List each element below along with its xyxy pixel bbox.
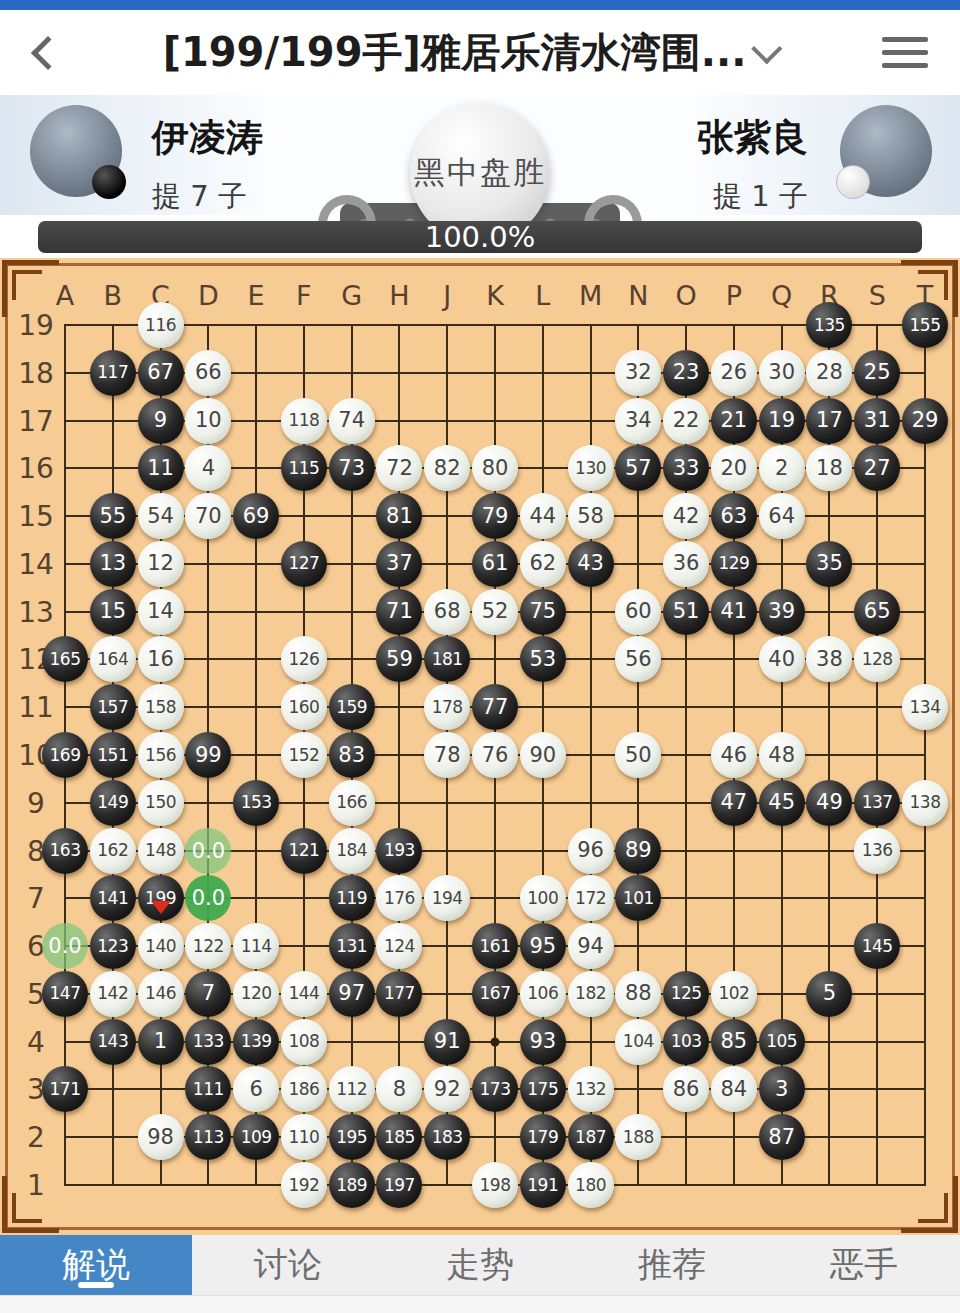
stone-H15[interactable]: 81 xyxy=(376,493,422,539)
stone-K15[interactable]: 79 xyxy=(472,493,518,539)
stone-F8[interactable]: 121 xyxy=(281,828,327,874)
go-board[interactable]: ABCDEFGHJKLMNOPQRST191817161514131211109… xyxy=(0,258,960,1235)
stone-Q13[interactable]: 39 xyxy=(759,589,805,635)
stone-H8[interactable]: 193 xyxy=(376,828,422,874)
move-number: 48 xyxy=(768,745,795,766)
stone-D17[interactable]: 10 xyxy=(185,398,231,444)
stone-P10[interactable]: 46 xyxy=(711,732,757,778)
stone-Q9[interactable]: 45 xyxy=(759,780,805,826)
move-number: 34 xyxy=(625,410,652,431)
stone-C18[interactable]: 67 xyxy=(138,350,184,396)
winrate-zone: 100.0% xyxy=(0,215,960,258)
stone-G6[interactable]: 131 xyxy=(329,923,375,969)
stone-R17[interactable]: 17 xyxy=(806,398,852,444)
move-number: 6 xyxy=(249,1079,262,1100)
move-number: 72 xyxy=(386,458,413,479)
stone-S8[interactable]: 136 xyxy=(854,828,900,874)
stone-G2[interactable]: 195 xyxy=(329,1114,375,1160)
stone-S6[interactable]: 145 xyxy=(854,923,900,969)
tab-recommend[interactable]: 推荐 xyxy=(576,1235,768,1295)
stone-M1[interactable]: 180 xyxy=(568,1162,614,1208)
stone-L4[interactable]: 93 xyxy=(520,1019,566,1065)
stone-L6[interactable]: 95 xyxy=(520,923,566,969)
stone-G1[interactable]: 189 xyxy=(329,1162,375,1208)
stone-N13[interactable]: 60 xyxy=(615,589,661,635)
stone-Q3[interactable]: 3 xyxy=(759,1066,805,1112)
move-number: 106 xyxy=(527,985,558,1002)
stone-C12[interactable]: 16 xyxy=(138,636,184,682)
stone-O5[interactable]: 125 xyxy=(663,971,709,1017)
stone-P17[interactable]: 21 xyxy=(711,398,757,444)
status-bar xyxy=(0,0,960,10)
stone-H6[interactable]: 124 xyxy=(376,923,422,969)
stone-L13[interactable]: 75 xyxy=(520,589,566,635)
ai-score-marker-A6[interactable]: 0.0 xyxy=(42,923,88,969)
stone-R16[interactable]: 18 xyxy=(806,445,852,491)
stone-L1[interactable]: 191 xyxy=(520,1162,566,1208)
stone-H12[interactable]: 59 xyxy=(376,636,422,682)
stone-C13[interactable]: 14 xyxy=(138,589,184,635)
stone-O13[interactable]: 51 xyxy=(663,589,709,635)
move-number: 192 xyxy=(288,1177,319,1194)
stone-G11[interactable]: 159 xyxy=(329,684,375,730)
stone-E4[interactable]: 139 xyxy=(233,1019,279,1065)
stone-H14[interactable]: 37 xyxy=(376,541,422,587)
row-label: 15 xyxy=(18,500,54,533)
move-number: 76 xyxy=(482,745,509,766)
stone-H2[interactable]: 185 xyxy=(376,1114,422,1160)
stone-M2[interactable]: 187 xyxy=(568,1114,614,1160)
move-number: 22 xyxy=(673,410,700,431)
stone-T9[interactable]: 138 xyxy=(902,780,948,826)
move-number: 147 xyxy=(50,985,81,1002)
stone-K1[interactable]: 198 xyxy=(472,1162,518,1208)
move-number: 96 xyxy=(577,840,604,861)
stone-K13[interactable]: 52 xyxy=(472,589,518,635)
stone-D5[interactable]: 7 xyxy=(185,971,231,1017)
stone-G8[interactable]: 184 xyxy=(329,828,375,874)
stone-R9[interactable]: 49 xyxy=(806,780,852,826)
move-number: 95 xyxy=(529,936,556,957)
stone-M16[interactable]: 130 xyxy=(568,445,614,491)
stone-A8[interactable]: 163 xyxy=(42,828,88,874)
stone-C10[interactable]: 156 xyxy=(138,732,184,778)
stone-M3[interactable]: 132 xyxy=(568,1066,614,1112)
stone-O4[interactable]: 103 xyxy=(663,1019,709,1065)
stone-N18[interactable]: 32 xyxy=(615,350,661,396)
stone-R12[interactable]: 38 xyxy=(806,636,852,682)
stone-C8[interactable]: 148 xyxy=(138,828,184,874)
move-number: 162 xyxy=(97,842,128,859)
tab-bad-moves[interactable]: 恶手 xyxy=(768,1235,960,1295)
move-number: 197 xyxy=(384,1177,415,1194)
move-number: 91 xyxy=(434,1031,461,1052)
stone-B7[interactable]: 141 xyxy=(90,875,136,921)
stone-L5[interactable]: 106 xyxy=(520,971,566,1017)
move-number: 128 xyxy=(862,651,893,668)
move-number: 153 xyxy=(241,794,272,811)
stone-H5[interactable]: 177 xyxy=(376,971,422,1017)
stone-D18[interactable]: 66 xyxy=(185,350,231,396)
move-number: 26 xyxy=(721,362,748,383)
stone-C16[interactable]: 11 xyxy=(138,445,184,491)
stone-N12[interactable]: 56 xyxy=(615,636,661,682)
stone-R19[interactable]: 135 xyxy=(806,302,852,348)
stone-F4[interactable]: 108 xyxy=(281,1019,327,1065)
stone-F14[interactable]: 127 xyxy=(281,541,327,587)
stone-S9[interactable]: 137 xyxy=(854,780,900,826)
stone-O16[interactable]: 33 xyxy=(663,445,709,491)
stone-A3[interactable]: 171 xyxy=(42,1066,88,1112)
stone-B18[interactable]: 117 xyxy=(90,350,136,396)
stone-P14[interactable]: 129 xyxy=(711,541,757,587)
stone-O3[interactable]: 86 xyxy=(663,1066,709,1112)
stone-F1[interactable]: 192 xyxy=(281,1162,327,1208)
stone-M7[interactable]: 172 xyxy=(568,875,614,921)
move-number: 9 xyxy=(154,410,167,431)
stone-P13[interactable]: 41 xyxy=(711,589,757,635)
stone-B4[interactable]: 143 xyxy=(90,1019,136,1065)
move-number: 182 xyxy=(575,985,606,1002)
stone-D15[interactable]: 70 xyxy=(185,493,231,539)
stone-Q17[interactable]: 19 xyxy=(759,398,805,444)
stone-O17[interactable]: 22 xyxy=(663,398,709,444)
stone-L14[interactable]: 62 xyxy=(520,541,566,587)
stone-J11[interactable]: 178 xyxy=(424,684,470,730)
stone-F11[interactable]: 160 xyxy=(281,684,327,730)
stone-A5[interactable]: 147 xyxy=(42,971,88,1017)
move-number: 189 xyxy=(336,1177,367,1194)
move-number: 80 xyxy=(482,458,509,479)
stone-J7[interactable]: 194 xyxy=(424,875,470,921)
stone-B6[interactable]: 123 xyxy=(90,923,136,969)
stone-P18[interactable]: 26 xyxy=(711,350,757,396)
stone-H7[interactable]: 176 xyxy=(376,875,422,921)
stone-F12[interactable]: 126 xyxy=(281,636,327,682)
stone-O14[interactable]: 36 xyxy=(663,541,709,587)
move-number: 149 xyxy=(97,794,128,811)
stone-K14[interactable]: 61 xyxy=(472,541,518,587)
move-number: 177 xyxy=(384,985,415,1002)
move-number: 148 xyxy=(145,842,176,859)
stone-T19[interactable]: 155 xyxy=(902,302,948,348)
black-player-avatar[interactable] xyxy=(30,105,122,197)
stone-D4[interactable]: 133 xyxy=(185,1019,231,1065)
stone-S13[interactable]: 65 xyxy=(854,589,900,635)
row-label: 9 xyxy=(27,786,45,819)
stone-B15[interactable]: 55 xyxy=(90,493,136,539)
column-label: F xyxy=(296,280,312,311)
move-number: 118 xyxy=(288,412,319,429)
tab-commentary[interactable]: 解说 xyxy=(0,1235,192,1295)
move-number: 18 xyxy=(816,458,843,479)
stone-B10[interactable]: 151 xyxy=(90,732,136,778)
stone-P15[interactable]: 63 xyxy=(711,493,757,539)
move-number: 131 xyxy=(336,938,367,955)
stone-H3[interactable]: 8 xyxy=(376,1066,422,1112)
stone-P16[interactable]: 20 xyxy=(711,445,757,491)
stone-F5[interactable]: 144 xyxy=(281,971,327,1017)
tab-discussion[interactable]: 讨论 xyxy=(192,1235,384,1295)
stone-B12[interactable]: 164 xyxy=(90,636,136,682)
stone-C17[interactable]: 9 xyxy=(138,398,184,444)
stone-N16[interactable]: 57 xyxy=(615,445,661,491)
stone-M14[interactable]: 43 xyxy=(568,541,614,587)
stone-E15[interactable]: 69 xyxy=(233,493,279,539)
move-number: 10 xyxy=(195,410,222,431)
move-number: 101 xyxy=(623,890,654,907)
stone-R5[interactable]: 5 xyxy=(806,971,852,1017)
move-number: 124 xyxy=(384,938,415,955)
column-label: N xyxy=(628,280,648,311)
move-number: 191 xyxy=(527,1177,558,1194)
stone-F3[interactable]: 186 xyxy=(281,1066,327,1112)
stone-D16[interactable]: 4 xyxy=(185,445,231,491)
move-number: 50 xyxy=(625,745,652,766)
column-label: P xyxy=(726,280,742,311)
move-number: 58 xyxy=(577,506,604,527)
stone-F10[interactable]: 152 xyxy=(281,732,327,778)
stone-R18[interactable]: 28 xyxy=(806,350,852,396)
stone-E9[interactable]: 153 xyxy=(233,780,279,826)
stone-K16[interactable]: 80 xyxy=(472,445,518,491)
stone-D3[interactable]: 111 xyxy=(185,1066,231,1112)
move-number: 29 xyxy=(912,410,939,431)
stone-F16[interactable]: 115 xyxy=(281,445,327,491)
stone-N17[interactable]: 34 xyxy=(615,398,661,444)
page-title: [199/199手]雅居乐清水湾围... xyxy=(163,25,747,80)
stone-K3[interactable]: 173 xyxy=(472,1066,518,1112)
stone-O18[interactable]: 23 xyxy=(663,350,709,396)
stone-C6[interactable]: 140 xyxy=(138,923,184,969)
stone-K11[interactable]: 77 xyxy=(472,684,518,730)
move-number: 166 xyxy=(336,794,367,811)
stone-A10[interactable]: 169 xyxy=(42,732,88,778)
stone-L10[interactable]: 90 xyxy=(520,732,566,778)
move-number: 23 xyxy=(673,362,700,383)
stone-Q16[interactable]: 2 xyxy=(759,445,805,491)
move-number: 129 xyxy=(718,555,749,572)
ai-score-marker-D7[interactable]: 0.0 xyxy=(185,875,231,921)
move-number: 180 xyxy=(575,1177,606,1194)
chevron-left-icon xyxy=(31,36,65,70)
stone-N10[interactable]: 50 xyxy=(615,732,661,778)
stone-Q18[interactable]: 30 xyxy=(759,350,805,396)
stone-S16[interactable]: 27 xyxy=(854,445,900,491)
stone-T11[interactable]: 134 xyxy=(902,684,948,730)
stone-P3[interactable]: 84 xyxy=(711,1066,757,1112)
move-number: 98 xyxy=(147,1127,174,1148)
stone-M5[interactable]: 182 xyxy=(568,971,614,1017)
stone-B9[interactable]: 149 xyxy=(90,780,136,826)
white-player-avatar[interactable] xyxy=(840,105,932,197)
stone-D10[interactable]: 99 xyxy=(185,732,231,778)
row-label: 1 xyxy=(27,1169,45,1202)
frame-corner-ornament xyxy=(906,1181,958,1233)
move-number: 68 xyxy=(434,601,461,622)
move-number: 172 xyxy=(575,890,606,907)
stone-H13[interactable]: 71 xyxy=(376,589,422,635)
stone-C11[interactable]: 158 xyxy=(138,684,184,730)
stone-G16[interactable]: 73 xyxy=(329,445,375,491)
stone-D6[interactable]: 122 xyxy=(185,923,231,969)
stone-R14[interactable]: 35 xyxy=(806,541,852,587)
move-number: 89 xyxy=(625,840,652,861)
stone-S12[interactable]: 128 xyxy=(854,636,900,682)
stone-L2[interactable]: 179 xyxy=(520,1114,566,1160)
move-number: 116 xyxy=(145,317,176,334)
move-number: 187 xyxy=(575,1129,606,1146)
stone-N4[interactable]: 104 xyxy=(615,1019,661,1065)
stone-N8[interactable]: 89 xyxy=(615,828,661,874)
stone-F17[interactable]: 118 xyxy=(281,398,327,444)
stone-N7[interactable]: 101 xyxy=(615,875,661,921)
stone-P5[interactable]: 102 xyxy=(711,971,757,1017)
stone-C2[interactable]: 98 xyxy=(138,1114,184,1160)
stone-N5[interactable]: 88 xyxy=(615,971,661,1017)
stone-P4[interactable]: 85 xyxy=(711,1019,757,1065)
move-number: 32 xyxy=(625,362,652,383)
chevron-down-icon[interactable] xyxy=(752,33,783,64)
stone-K10[interactable]: 76 xyxy=(472,732,518,778)
app-screen: [199/199手]雅居乐清水湾围... 伊凌涛 提 7 子 黑中盘胜 张紫良 … xyxy=(0,0,960,1313)
bottom-strip xyxy=(0,1295,960,1313)
move-number: 47 xyxy=(721,792,748,813)
stone-J13[interactable]: 68 xyxy=(424,589,470,635)
menu-button[interactable] xyxy=(850,29,960,76)
move-number: 21 xyxy=(721,410,748,431)
stone-A12[interactable]: 165 xyxy=(42,636,88,682)
move-number: 94 xyxy=(577,936,604,957)
stone-E2[interactable]: 109 xyxy=(233,1114,279,1160)
stone-C14[interactable]: 12 xyxy=(138,541,184,587)
stone-Q4[interactable]: 105 xyxy=(759,1019,805,1065)
stone-E5[interactable]: 120 xyxy=(233,971,279,1017)
move-number: 20 xyxy=(721,458,748,479)
back-button[interactable] xyxy=(0,41,95,65)
white-player-name: 张紫良 xyxy=(697,113,808,163)
stone-F2[interactable]: 110 xyxy=(281,1114,327,1160)
stone-C19[interactable]: 116 xyxy=(138,302,184,348)
hamburger-menu-icon xyxy=(882,29,928,76)
column-label: A xyxy=(56,280,74,311)
stone-N2[interactable]: 188 xyxy=(615,1114,661,1160)
stone-D2[interactable]: 113 xyxy=(185,1114,231,1160)
black-stone-badge-icon xyxy=(92,165,126,199)
move-number: 73 xyxy=(338,458,365,479)
move-number: 163 xyxy=(50,842,81,859)
stone-G10[interactable]: 83 xyxy=(329,732,375,778)
stone-C5[interactable]: 146 xyxy=(138,971,184,1017)
stone-G7[interactable]: 119 xyxy=(329,875,375,921)
move-number: 30 xyxy=(768,362,795,383)
stone-M8[interactable]: 96 xyxy=(568,828,614,874)
stone-C15[interactable]: 54 xyxy=(138,493,184,539)
stone-J16[interactable]: 82 xyxy=(424,445,470,491)
stone-T17[interactable]: 29 xyxy=(902,398,948,444)
stone-P9[interactable]: 47 xyxy=(711,780,757,826)
move-number: 164 xyxy=(97,651,128,668)
stone-Q10[interactable]: 48 xyxy=(759,732,805,778)
move-number: 145 xyxy=(862,938,893,955)
stone-E3[interactable]: 6 xyxy=(233,1066,279,1112)
move-number: 4 xyxy=(202,458,215,479)
stone-C7[interactable]: 199 xyxy=(138,875,184,921)
move-number: 52 xyxy=(482,601,509,622)
stone-B8[interactable]: 162 xyxy=(90,828,136,874)
column-label: G xyxy=(341,280,362,311)
stone-J4[interactable]: 91 xyxy=(424,1019,470,1065)
stone-K6[interactable]: 161 xyxy=(472,923,518,969)
move-number: 133 xyxy=(193,1033,224,1050)
move-number: 77 xyxy=(482,697,509,718)
move-number: 110 xyxy=(288,1129,319,1146)
move-number: 79 xyxy=(482,506,509,527)
stone-Q12[interactable]: 40 xyxy=(759,636,805,682)
move-number: 97 xyxy=(338,983,365,1004)
move-number: 146 xyxy=(145,985,176,1002)
move-number: 143 xyxy=(97,1033,128,1050)
stone-G3[interactable]: 112 xyxy=(329,1066,375,1112)
move-number: 185 xyxy=(384,1129,415,1146)
stone-B11[interactable]: 157 xyxy=(90,684,136,730)
stone-H1[interactable]: 197 xyxy=(376,1162,422,1208)
move-number: 136 xyxy=(862,842,893,859)
ai-score-marker-D8[interactable]: 0.0 xyxy=(185,828,231,874)
white-player-info: 张紫良 提 1 子 xyxy=(697,113,808,217)
stone-M6[interactable]: 94 xyxy=(568,923,614,969)
stone-B5[interactable]: 142 xyxy=(90,971,136,1017)
stone-B13[interactable]: 15 xyxy=(90,589,136,635)
stone-L3[interactable]: 175 xyxy=(520,1066,566,1112)
stone-B14[interactable]: 13 xyxy=(90,541,136,587)
stone-S18[interactable]: 25 xyxy=(854,350,900,396)
stone-Q15[interactable]: 64 xyxy=(759,493,805,539)
stone-K5[interactable]: 167 xyxy=(472,971,518,1017)
stone-J2[interactable]: 183 xyxy=(424,1114,470,1160)
stone-G5[interactable]: 97 xyxy=(329,971,375,1017)
move-number: 90 xyxy=(529,745,556,766)
stone-J3[interactable]: 92 xyxy=(424,1066,470,1112)
stone-O15[interactable]: 42 xyxy=(663,493,709,539)
move-number: 37 xyxy=(386,553,413,574)
stone-S17[interactable]: 31 xyxy=(854,398,900,444)
stone-G9[interactable]: 166 xyxy=(329,780,375,826)
stone-C4[interactable]: 1 xyxy=(138,1019,184,1065)
stone-H16[interactable]: 72 xyxy=(376,445,422,491)
stone-L12[interactable]: 53 xyxy=(520,636,566,682)
move-number: 31 xyxy=(864,410,891,431)
stone-E6[interactable]: 114 xyxy=(233,923,279,969)
stone-L15[interactable]: 44 xyxy=(520,493,566,539)
move-number: 19 xyxy=(768,410,795,431)
move-number: 155 xyxy=(910,317,941,334)
tab-trend[interactable]: 走势 xyxy=(384,1235,576,1295)
grid-line-vertical xyxy=(924,324,926,1186)
stone-C9[interactable]: 150 xyxy=(138,780,184,826)
stone-G17[interactable]: 74 xyxy=(329,398,375,444)
stone-J12[interactable]: 181 xyxy=(424,636,470,682)
move-number: 122 xyxy=(193,938,224,955)
stone-M15[interactable]: 58 xyxy=(568,493,614,539)
move-number: 64 xyxy=(768,506,795,527)
move-number: 7 xyxy=(202,983,215,1004)
move-number: 41 xyxy=(721,601,748,622)
stone-J10[interactable]: 78 xyxy=(424,732,470,778)
move-number: 100 xyxy=(527,890,558,907)
stone-Q2[interactable]: 87 xyxy=(759,1114,805,1160)
stone-L7[interactable]: 100 xyxy=(520,875,566,921)
